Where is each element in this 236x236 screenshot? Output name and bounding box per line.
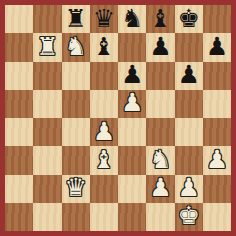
chess-board: ♜♛♞♝♚♜♞♝♟♟♟♟♟♟♝♞♟♛♟♟♚ [0, 0, 236, 236]
square-d3[interactable]: ♝ [90, 146, 118, 174]
black-bishop-d7: ♝ [93, 34, 115, 59]
square-c1[interactable] [62, 203, 90, 231]
white-queen-c2: ♛ [64, 175, 86, 200]
square-e3[interactable] [118, 146, 146, 174]
white-knight-f3: ♞ [149, 147, 171, 172]
square-a5[interactable] [5, 90, 33, 118]
square-d1[interactable] [90, 203, 118, 231]
square-b3[interactable] [33, 146, 61, 174]
white-pawn-g2: ♟ [177, 175, 199, 200]
square-h7[interactable]: ♟ [203, 33, 231, 61]
square-h2[interactable] [203, 175, 231, 203]
square-g4[interactable] [175, 118, 203, 146]
square-f6[interactable] [146, 62, 174, 90]
square-c5[interactable] [62, 90, 90, 118]
square-e8[interactable]: ♞ [118, 5, 146, 33]
square-b2[interactable] [33, 175, 61, 203]
square-a6[interactable] [5, 62, 33, 90]
square-f8[interactable]: ♝ [146, 5, 174, 33]
square-g8[interactable]: ♚ [175, 5, 203, 33]
white-bishop-d3: ♝ [93, 147, 115, 172]
white-knight-c7: ♞ [64, 34, 86, 59]
black-pawn-e6: ♟ [121, 62, 143, 87]
square-g5[interactable] [175, 90, 203, 118]
square-a7[interactable] [5, 33, 33, 61]
square-e2[interactable] [118, 175, 146, 203]
square-f7[interactable]: ♟ [146, 33, 174, 61]
square-b1[interactable] [33, 203, 61, 231]
white-pawn-h3: ♟ [206, 147, 228, 172]
black-pawn-g6: ♟ [177, 62, 199, 87]
black-bishop-f8: ♝ [149, 6, 171, 31]
square-d7[interactable]: ♝ [90, 33, 118, 61]
square-h3[interactable]: ♟ [203, 146, 231, 174]
square-c6[interactable] [62, 62, 90, 90]
square-h6[interactable] [203, 62, 231, 90]
white-rook-b7: ♜ [36, 34, 58, 59]
black-knight-e8: ♞ [121, 6, 143, 31]
square-e6[interactable]: ♟ [118, 62, 146, 90]
square-g7[interactable] [175, 33, 203, 61]
black-pawn-h7: ♟ [206, 34, 228, 59]
white-pawn-e5: ♟ [121, 90, 143, 115]
square-e7[interactable] [118, 33, 146, 61]
square-h4[interactable] [203, 118, 231, 146]
white-pawn-f2: ♟ [149, 175, 171, 200]
square-c8[interactable]: ♜ [62, 5, 90, 33]
square-g6[interactable]: ♟ [175, 62, 203, 90]
square-d2[interactable] [90, 175, 118, 203]
square-b7[interactable]: ♜ [33, 33, 61, 61]
square-b4[interactable] [33, 118, 61, 146]
black-rook-c8: ♜ [64, 6, 86, 31]
black-king-g8: ♚ [177, 6, 199, 31]
square-g2[interactable]: ♟ [175, 175, 203, 203]
square-f3[interactable]: ♞ [146, 146, 174, 174]
square-c2[interactable]: ♛ [62, 175, 90, 203]
white-king-g1: ♚ [177, 203, 199, 228]
square-d6[interactable] [90, 62, 118, 90]
square-a1[interactable] [5, 203, 33, 231]
square-h1[interactable] [203, 203, 231, 231]
square-a4[interactable] [5, 118, 33, 146]
square-a2[interactable] [5, 175, 33, 203]
black-queen-d8: ♛ [93, 6, 115, 31]
square-g3[interactable] [175, 146, 203, 174]
square-a3[interactable] [5, 146, 33, 174]
square-b8[interactable] [33, 5, 61, 33]
square-b5[interactable] [33, 90, 61, 118]
square-f2[interactable]: ♟ [146, 175, 174, 203]
black-pawn-f7: ♟ [149, 34, 171, 59]
square-c4[interactable] [62, 118, 90, 146]
square-e1[interactable] [118, 203, 146, 231]
square-c3[interactable] [62, 146, 90, 174]
square-a8[interactable] [5, 5, 33, 33]
square-e5[interactable]: ♟ [118, 90, 146, 118]
square-d4[interactable]: ♟ [90, 118, 118, 146]
square-f1[interactable] [146, 203, 174, 231]
square-b6[interactable] [33, 62, 61, 90]
white-pawn-d4: ♟ [93, 119, 115, 144]
square-g1[interactable]: ♚ [175, 203, 203, 231]
square-f5[interactable] [146, 90, 174, 118]
square-e4[interactable] [118, 118, 146, 146]
square-h5[interactable] [203, 90, 231, 118]
square-d5[interactable] [90, 90, 118, 118]
square-c7[interactable]: ♞ [62, 33, 90, 61]
square-d8[interactable]: ♛ [90, 5, 118, 33]
square-f4[interactable] [146, 118, 174, 146]
square-h8[interactable] [203, 5, 231, 33]
